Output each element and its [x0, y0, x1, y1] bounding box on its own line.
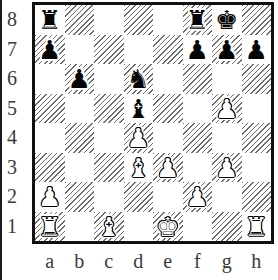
file-label-b: b: [65, 247, 95, 275]
square-e8[interactable]: [153, 5, 183, 35]
square-f5[interactable]: [183, 94, 213, 124]
square-e2[interactable]: [153, 182, 183, 212]
square-e5[interactable]: [153, 94, 183, 124]
square-d6[interactable]: ♞: [124, 64, 154, 94]
piece-black-bishop-d5: ♝: [127, 94, 150, 123]
piece-black-rook-a8: ♜: [38, 6, 61, 35]
square-b2[interactable]: [65, 182, 95, 212]
rank-label-8: 8: [0, 5, 24, 35]
piece-black-pawn-g7: ♟: [215, 35, 238, 64]
square-a5[interactable]: [35, 94, 65, 124]
file-labels: a b c d e f g h: [35, 247, 271, 275]
square-f8[interactable]: ♜: [183, 5, 213, 35]
rank-label-6: 6: [0, 64, 24, 94]
square-b7[interactable]: [65, 35, 95, 65]
square-f6[interactable]: [183, 64, 213, 94]
square-f3[interactable]: [183, 153, 213, 183]
square-h4[interactable]: [242, 123, 272, 153]
piece-black-pawn-a7: ♟: [38, 35, 61, 64]
square-a4[interactable]: [35, 123, 65, 153]
piece-white-pawn-d4: ♟: [127, 124, 150, 153]
square-e1[interactable]: ♚: [153, 212, 183, 242]
file-label-e: e: [153, 247, 183, 275]
square-c4[interactable]: [94, 123, 124, 153]
square-g5[interactable]: ♟: [212, 94, 242, 124]
rank-label-4: 4: [0, 123, 24, 153]
square-h3[interactable]: [242, 153, 272, 183]
square-a8[interactable]: ♜: [35, 5, 65, 35]
square-d8[interactable]: [124, 5, 154, 35]
square-d7[interactable]: [124, 35, 154, 65]
square-h7[interactable]: ♟: [242, 35, 272, 65]
piece-black-pawn-f7: ♟: [186, 35, 209, 64]
square-c6[interactable]: [94, 64, 124, 94]
square-c5[interactable]: [94, 94, 124, 124]
file-label-f: f: [183, 247, 213, 275]
piece-black-rook-f8: ♜: [186, 6, 209, 35]
file-label-h: h: [242, 247, 272, 275]
square-e7[interactable]: [153, 35, 183, 65]
piece-white-pawn-g3: ♟: [215, 153, 238, 182]
square-b6[interactable]: ♟: [65, 64, 95, 94]
square-c1[interactable]: ♝: [94, 212, 124, 242]
square-g6[interactable]: [212, 64, 242, 94]
square-d4[interactable]: ♟: [124, 123, 154, 153]
square-e6[interactable]: [153, 64, 183, 94]
square-c8[interactable]: [94, 5, 124, 35]
rank-labels: 8 7 6 5 4 3 2 1: [0, 5, 24, 241]
square-g3[interactable]: ♟: [212, 153, 242, 183]
square-h6[interactable]: [242, 64, 272, 94]
file-label-d: d: [124, 247, 154, 275]
square-b1[interactable]: [65, 212, 95, 242]
square-h8[interactable]: [242, 5, 272, 35]
chess-diagram: 8 7 6 5 4 3 2 1 ♜♜♚♟♟♟♟♟♞♝♟♟♝♟♟♟♟♜♝♚♜ a …: [0, 0, 278, 280]
square-b5[interactable]: [65, 94, 95, 124]
piece-black-knight-d6: ♞: [127, 65, 150, 94]
square-d2[interactable]: [124, 182, 154, 212]
square-d5[interactable]: ♝: [124, 94, 154, 124]
square-h2[interactable]: [242, 182, 272, 212]
piece-black-pawn-h7: ♟: [245, 35, 268, 64]
square-g7[interactable]: ♟: [212, 35, 242, 65]
piece-white-king-e1: ♚: [156, 212, 179, 241]
square-g4[interactable]: [212, 123, 242, 153]
square-a7[interactable]: ♟: [35, 35, 65, 65]
square-f1[interactable]: [183, 212, 213, 242]
square-g1[interactable]: [212, 212, 242, 242]
piece-white-bishop-c1: ♝: [97, 212, 120, 241]
square-a1[interactable]: ♜: [35, 212, 65, 242]
square-d1[interactable]: [124, 212, 154, 242]
square-f4[interactable]: [183, 123, 213, 153]
square-b4[interactable]: [65, 123, 95, 153]
piece-white-rook-h1: ♜: [245, 212, 268, 241]
rank-label-2: 2: [0, 182, 24, 212]
file-label-a: a: [35, 247, 65, 275]
square-d3[interactable]: ♝: [124, 153, 154, 183]
rank-label-1: 1: [0, 212, 24, 242]
square-f2[interactable]: ♟: [183, 182, 213, 212]
piece-black-pawn-b6: ♟: [68, 65, 91, 94]
square-f7[interactable]: ♟: [183, 35, 213, 65]
square-b8[interactable]: [65, 5, 95, 35]
piece-white-pawn-a2: ♟: [38, 183, 61, 212]
rank-label-7: 7: [0, 35, 24, 65]
square-a2[interactable]: ♟: [35, 182, 65, 212]
piece-white-pawn-g5: ♟: [215, 94, 238, 123]
square-h5[interactable]: [242, 94, 272, 124]
file-label-c: c: [94, 247, 124, 275]
square-h1[interactable]: ♜: [242, 212, 272, 242]
square-c2[interactable]: [94, 182, 124, 212]
piece-white-pawn-e3: ♟: [156, 153, 179, 182]
square-g2[interactable]: [212, 182, 242, 212]
square-c7[interactable]: [94, 35, 124, 65]
rank-label-3: 3: [0, 153, 24, 183]
square-g8[interactable]: ♚: [212, 5, 242, 35]
square-a6[interactable]: [35, 64, 65, 94]
square-a3[interactable]: [35, 153, 65, 183]
square-e3[interactable]: ♟: [153, 153, 183, 183]
rank-label-5: 5: [0, 94, 24, 124]
piece-black-king-g8: ♚: [215, 6, 238, 35]
chess-board: ♜♜♚♟♟♟♟♟♞♝♟♟♝♟♟♟♟♜♝♚♜: [32, 2, 274, 244]
piece-white-pawn-f2: ♟: [186, 183, 209, 212]
square-e4[interactable]: [153, 123, 183, 153]
piece-white-bishop-d3: ♝: [127, 153, 150, 182]
square-b3[interactable]: [65, 153, 95, 183]
file-label-g: g: [212, 247, 242, 275]
square-c3[interactable]: [94, 153, 124, 183]
piece-white-rook-a1: ♜: [38, 212, 61, 241]
